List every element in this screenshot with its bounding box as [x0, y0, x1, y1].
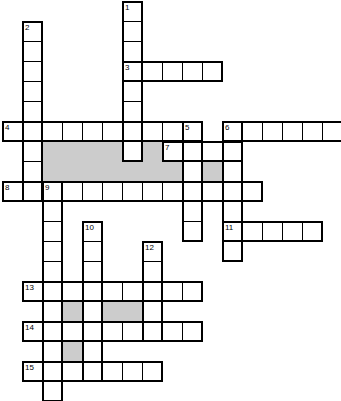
crossword-cell[interactable]	[102, 361, 123, 382]
crossword-cell[interactable]	[142, 261, 163, 282]
crossword-cell[interactable]	[62, 361, 83, 382]
crossword-cell[interactable]	[302, 121, 323, 142]
crossword-cell[interactable]	[262, 221, 283, 242]
crossword-cell[interactable]	[122, 361, 143, 382]
crossword-cell[interactable]	[122, 101, 143, 122]
crossword-cell[interactable]	[82, 241, 103, 262]
crossword-cell[interactable]	[162, 181, 183, 202]
crossword-cell[interactable]	[162, 121, 183, 142]
crossword-cell[interactable]	[102, 181, 123, 202]
shaded-filler-cell	[62, 141, 83, 162]
crossword-cell[interactable]	[22, 141, 43, 162]
crossword-cell[interactable]	[2, 121, 23, 142]
crossword-cell[interactable]	[82, 181, 103, 202]
crossword-cell[interactable]	[142, 361, 163, 382]
shaded-filler-cell	[122, 161, 143, 182]
crossword-cell[interactable]	[182, 61, 203, 82]
crossword-cell[interactable]	[102, 321, 123, 342]
crossword-cell[interactable]	[322, 121, 341, 142]
crossword-cell[interactable]	[22, 81, 43, 102]
crossword-cell[interactable]	[182, 141, 203, 162]
crossword-cell[interactable]	[62, 321, 83, 342]
shaded-filler-cell	[62, 301, 83, 322]
crossword-cell[interactable]	[162, 281, 183, 302]
crossword-cell[interactable]	[42, 241, 63, 262]
crossword-cell[interactable]	[222, 181, 243, 202]
crossword-cell[interactable]	[222, 141, 243, 162]
shaded-filler-cell	[202, 161, 223, 182]
crossword-cell[interactable]	[122, 41, 143, 62]
crossword-cell[interactable]	[222, 241, 243, 262]
crossword-cell[interactable]	[122, 121, 143, 142]
crossword-cell[interactable]	[182, 181, 203, 202]
crossword-cell[interactable]	[202, 141, 223, 162]
crossword-cell[interactable]	[22, 361, 43, 382]
crossword-cell[interactable]	[142, 181, 163, 202]
crossword-cell[interactable]	[182, 201, 203, 222]
crossword-cell[interactable]	[202, 61, 223, 82]
crossword-cell[interactable]	[222, 201, 243, 222]
crossword-cell[interactable]	[22, 121, 43, 142]
crossword-cell[interactable]	[2, 181, 23, 202]
crossword-cell[interactable]	[82, 301, 103, 322]
crossword-cell[interactable]	[202, 181, 223, 202]
crossword-cell[interactable]	[42, 121, 63, 142]
crossword-cell[interactable]	[182, 281, 203, 302]
shaded-filler-cell	[62, 161, 83, 182]
crossword-cell[interactable]	[142, 241, 163, 262]
crossword-cell[interactable]	[302, 221, 323, 242]
crossword-cell[interactable]	[82, 261, 103, 282]
shaded-filler-cell	[142, 141, 163, 162]
crossword-cell[interactable]	[102, 281, 123, 302]
crossword-cell[interactable]	[82, 221, 103, 242]
shaded-filler-cell	[82, 141, 103, 162]
crossword-cell[interactable]	[282, 121, 303, 142]
crossword-cell[interactable]	[182, 121, 203, 142]
crossword-cell[interactable]	[42, 181, 63, 202]
crossword-cell[interactable]	[182, 321, 203, 342]
crossword-cell[interactable]	[242, 181, 263, 202]
crossword-cell[interactable]	[262, 121, 283, 142]
crossword-cell[interactable]	[82, 121, 103, 142]
crossword-cell[interactable]	[22, 41, 43, 62]
crossword-cell[interactable]	[222, 161, 243, 182]
crossword-cell[interactable]	[162, 141, 183, 162]
crossword-grid: 123456789101112131415	[0, 0, 341, 401]
crossword-cell[interactable]	[122, 181, 143, 202]
crossword-cell[interactable]	[122, 61, 143, 82]
crossword-cell[interactable]	[102, 121, 123, 142]
crossword-cell[interactable]	[42, 281, 63, 302]
shaded-filler-cell	[102, 301, 123, 322]
crossword-cell[interactable]	[62, 281, 83, 302]
crossword-cell[interactable]	[122, 81, 143, 102]
shaded-filler-cell	[82, 161, 103, 182]
crossword-cell[interactable]	[82, 341, 103, 362]
crossword-cell[interactable]	[142, 301, 163, 322]
crossword-cell[interactable]	[222, 121, 243, 142]
crossword-cell[interactable]	[142, 61, 163, 82]
crossword-cell[interactable]	[162, 61, 183, 82]
crossword-cell[interactable]	[42, 201, 63, 222]
crossword-cell[interactable]	[122, 281, 143, 302]
crossword-cell[interactable]	[22, 101, 43, 122]
crossword-cell[interactable]	[142, 321, 163, 342]
crossword-cell[interactable]	[122, 21, 143, 42]
crossword-cell[interactable]	[82, 281, 103, 302]
shaded-filler-cell	[142, 161, 163, 182]
crossword-cell[interactable]	[22, 281, 43, 302]
crossword-cell[interactable]	[222, 221, 243, 242]
crossword-cell[interactable]	[22, 181, 43, 202]
crossword-cell[interactable]	[182, 161, 203, 182]
crossword-cell[interactable]	[42, 321, 63, 342]
crossword-cell[interactable]	[122, 321, 143, 342]
shaded-filler-cell	[162, 161, 183, 182]
shaded-filler-cell	[122, 301, 143, 322]
crossword-cell[interactable]	[42, 301, 63, 322]
crossword-cell[interactable]	[82, 321, 103, 342]
crossword-cell[interactable]	[162, 321, 183, 342]
crossword-cell[interactable]	[22, 21, 43, 42]
shaded-filler-cell	[62, 341, 83, 362]
crossword-cell[interactable]	[42, 381, 63, 401]
crossword-cell[interactable]	[122, 141, 143, 162]
crossword-cell[interactable]	[62, 181, 83, 202]
crossword-cell[interactable]	[182, 221, 203, 242]
crossword-cell[interactable]	[122, 1, 143, 22]
crossword-cell[interactable]	[142, 281, 163, 302]
crossword-cell[interactable]	[42, 261, 63, 282]
crossword-cell[interactable]	[42, 341, 63, 362]
crossword-cell[interactable]	[42, 221, 63, 242]
crossword-cell[interactable]	[62, 121, 83, 142]
crossword-cell[interactable]	[22, 61, 43, 82]
shaded-filler-cell	[102, 141, 123, 162]
crossword-cell[interactable]	[22, 321, 43, 342]
shaded-filler-cell	[42, 161, 63, 182]
crossword-cell[interactable]	[242, 121, 263, 142]
crossword-cell[interactable]	[242, 221, 263, 242]
shaded-filler-cell	[42, 141, 63, 162]
crossword-cell[interactable]	[282, 221, 303, 242]
crossword-cell[interactable]	[22, 161, 43, 182]
crossword-cell[interactable]	[142, 121, 163, 142]
crossword-cell[interactable]	[42, 361, 63, 382]
shaded-filler-cell	[102, 161, 123, 182]
crossword-cell[interactable]	[82, 361, 103, 382]
